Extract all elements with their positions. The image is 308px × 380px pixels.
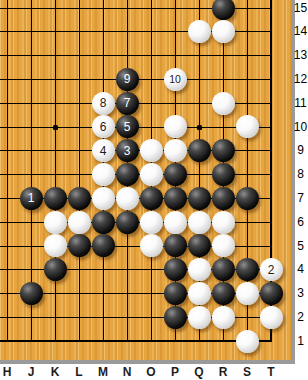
col-label-K: K <box>46 365 64 379</box>
point-Q9 <box>187 139 211 163</box>
white-stone-O5 <box>140 234 163 257</box>
point-L6 <box>67 210 91 234</box>
row-label-13: 13 <box>293 49 308 62</box>
point-R4 <box>211 258 235 282</box>
point-Q7 <box>187 186 211 210</box>
white-stone-P12: 10 <box>164 68 187 91</box>
black-stone-Q7 <box>188 187 211 210</box>
point-R2 <box>211 305 235 329</box>
black-stone-K4 <box>44 258 67 281</box>
black-stone-R15 <box>212 0 235 20</box>
white-stone-M10: 6 <box>92 115 115 138</box>
move-number-label: 3 <box>124 145 131 157</box>
white-stone-L6 <box>68 211 91 234</box>
black-stone-M5 <box>92 234 115 257</box>
black-stone-P3 <box>164 282 187 305</box>
stones-layer: 91087654312 <box>0 0 283 353</box>
point-P5 <box>163 234 187 258</box>
black-stone-P8 <box>164 163 187 186</box>
black-stone-J7: 1 <box>20 187 43 210</box>
col-label-T: T <box>262 365 280 379</box>
point-P2 <box>163 305 187 329</box>
point-Q3 <box>187 282 211 306</box>
point-L5 <box>67 234 91 258</box>
point-J7: 1 <box>19 186 43 210</box>
point-P4 <box>163 258 187 282</box>
white-stone-R6 <box>212 211 235 234</box>
col-label-Q: Q <box>190 365 208 379</box>
black-stone-R8 <box>212 163 235 186</box>
point-K6 <box>43 210 67 234</box>
black-stone-T3 <box>260 282 283 305</box>
move-number-label: 4 <box>100 145 107 157</box>
point-O7 <box>139 186 163 210</box>
point-K5 <box>43 234 67 258</box>
white-stone-R5 <box>212 234 235 257</box>
black-stone-P7 <box>164 187 187 210</box>
point-Q5 <box>187 234 211 258</box>
white-stone-Q3 <box>188 282 211 305</box>
black-stone-P2 <box>164 306 187 329</box>
point-J3 <box>19 282 43 306</box>
black-stone-N10: 5 <box>116 115 139 138</box>
point-M11: 8 <box>91 91 115 115</box>
white-stone-N7 <box>116 187 139 210</box>
row-label-7: 7 <box>293 192 308 205</box>
black-stone-Q5 <box>188 234 211 257</box>
point-M6 <box>91 210 115 234</box>
point-P6 <box>163 210 187 234</box>
point-R11 <box>211 91 235 115</box>
black-stone-N6 <box>116 211 139 234</box>
point-O9 <box>139 139 163 163</box>
white-stone-Q2 <box>188 306 211 329</box>
row-label-4: 4 <box>293 263 308 276</box>
move-number-label: 5 <box>124 121 131 133</box>
white-stone-Q14 <box>188 20 211 43</box>
black-stone-J3 <box>20 282 43 305</box>
move-number-label: 1 <box>28 192 35 204</box>
point-T2 <box>259 305 283 329</box>
row-label-9: 9 <box>293 144 308 157</box>
point-N12: 9 <box>115 68 139 92</box>
black-stone-N8 <box>116 163 139 186</box>
row-label-5: 5 <box>293 240 308 253</box>
move-number-label: 7 <box>124 97 131 109</box>
point-R8 <box>211 163 235 187</box>
point-P7 <box>163 186 187 210</box>
white-stone-M9: 4 <box>92 139 115 162</box>
point-M7 <box>91 186 115 210</box>
point-N10: 5 <box>115 115 139 139</box>
col-label-P: P <box>166 365 184 379</box>
row-label-12: 12 <box>293 73 308 86</box>
white-stone-Q6 <box>188 211 211 234</box>
point-P9 <box>163 139 187 163</box>
white-stone-O6 <box>140 211 163 234</box>
point-Q6 <box>187 210 211 234</box>
black-stone-R4 <box>212 258 235 281</box>
point-P3 <box>163 282 187 306</box>
black-stone-S4 <box>236 258 259 281</box>
point-K4 <box>43 258 67 282</box>
black-stone-N11: 7 <box>116 92 139 115</box>
white-stone-O8 <box>140 163 163 186</box>
point-N7 <box>115 186 139 210</box>
point-O5 <box>139 234 163 258</box>
point-O6 <box>139 210 163 234</box>
black-stone-O7 <box>140 187 163 210</box>
col-label-O: O <box>142 365 160 379</box>
point-M9: 4 <box>91 139 115 163</box>
black-stone-P4 <box>164 258 187 281</box>
move-number-label: 6 <box>100 121 107 133</box>
point-Q2 <box>187 305 211 329</box>
white-stone-S1 <box>236 330 259 353</box>
point-M10: 6 <box>91 115 115 139</box>
row-label-11: 11 <box>293 97 308 110</box>
point-R15 <box>211 0 235 20</box>
white-stone-S10 <box>236 115 259 138</box>
point-S3 <box>235 282 259 306</box>
white-stone-P10 <box>164 115 187 138</box>
point-P10 <box>163 115 187 139</box>
point-Q4 <box>187 258 211 282</box>
move-number-label: 10 <box>169 74 181 85</box>
col-label-R: R <box>214 365 232 379</box>
point-R14 <box>211 20 235 44</box>
point-P8 <box>163 163 187 187</box>
white-stone-T2 <box>260 306 283 329</box>
black-stone-R9 <box>212 139 235 162</box>
row-label-1: 1 <box>293 335 308 348</box>
point-N9: 3 <box>115 139 139 163</box>
row-label-3: 3 <box>293 287 308 300</box>
white-stone-P6 <box>164 211 187 234</box>
point-S1 <box>235 329 259 353</box>
black-stone-K7 <box>44 187 67 210</box>
black-stone-P5 <box>164 234 187 257</box>
point-L7 <box>67 186 91 210</box>
col-label-H: H <box>0 365 16 379</box>
point-P12: 10 <box>163 68 187 92</box>
white-stone-M7 <box>92 187 115 210</box>
col-label-J: J <box>22 365 40 379</box>
move-number-label: 8 <box>100 97 107 109</box>
point-K7 <box>43 186 67 210</box>
point-O8 <box>139 163 163 187</box>
white-stone-R2 <box>212 306 235 329</box>
white-stone-S3 <box>236 282 259 305</box>
point-R9 <box>211 139 235 163</box>
black-stone-M6 <box>92 211 115 234</box>
black-stone-L7 <box>68 187 91 210</box>
row-label-6: 6 <box>293 216 308 229</box>
point-N8 <box>115 163 139 187</box>
white-stone-T4: 2 <box>260 258 283 281</box>
black-stone-L5 <box>68 234 91 257</box>
go-board[interactable]: 91087654312 <box>0 0 295 364</box>
white-stone-P9 <box>164 139 187 162</box>
point-M8 <box>91 163 115 187</box>
point-R5 <box>211 234 235 258</box>
go-diagram-panel: 91087654312 HJKLMNOPQRST 151413121110987… <box>0 0 308 380</box>
row-label-8: 8 <box>293 168 308 181</box>
black-stone-R7 <box>212 187 235 210</box>
row-label-2: 2 <box>293 311 308 324</box>
black-stone-N12: 9 <box>116 68 139 91</box>
white-stone-R14 <box>212 20 235 43</box>
black-stone-S7 <box>236 187 259 210</box>
move-number-label: 2 <box>268 264 275 276</box>
black-stone-R3 <box>212 282 235 305</box>
point-Q14 <box>187 20 211 44</box>
white-stone-O9 <box>140 139 163 162</box>
black-stone-N9: 3 <box>116 139 139 162</box>
point-R3 <box>211 282 235 306</box>
col-label-L: L <box>70 365 88 379</box>
white-stone-M8 <box>92 163 115 186</box>
row-label-14: 14 <box>293 25 308 38</box>
white-stone-K5 <box>44 234 67 257</box>
white-stone-M11: 8 <box>92 92 115 115</box>
black-stone-Q9 <box>188 139 211 162</box>
col-label-M: M <box>94 365 112 379</box>
col-label-N: N <box>118 365 136 379</box>
point-S10 <box>235 115 259 139</box>
move-number-label: 9 <box>124 73 131 85</box>
point-N6 <box>115 210 139 234</box>
row-label-15: 15 <box>293 2 308 15</box>
point-S4 <box>235 258 259 282</box>
point-T3 <box>259 282 283 306</box>
white-stone-K6 <box>44 211 67 234</box>
point-N11: 7 <box>115 91 139 115</box>
point-R7 <box>211 186 235 210</box>
row-label-10: 10 <box>293 121 308 134</box>
col-label-S: S <box>238 365 256 379</box>
white-stone-R11 <box>212 92 235 115</box>
point-S7 <box>235 186 259 210</box>
point-M5 <box>91 234 115 258</box>
white-stone-Q4 <box>188 258 211 281</box>
point-R6 <box>211 210 235 234</box>
point-T4: 2 <box>259 258 283 282</box>
